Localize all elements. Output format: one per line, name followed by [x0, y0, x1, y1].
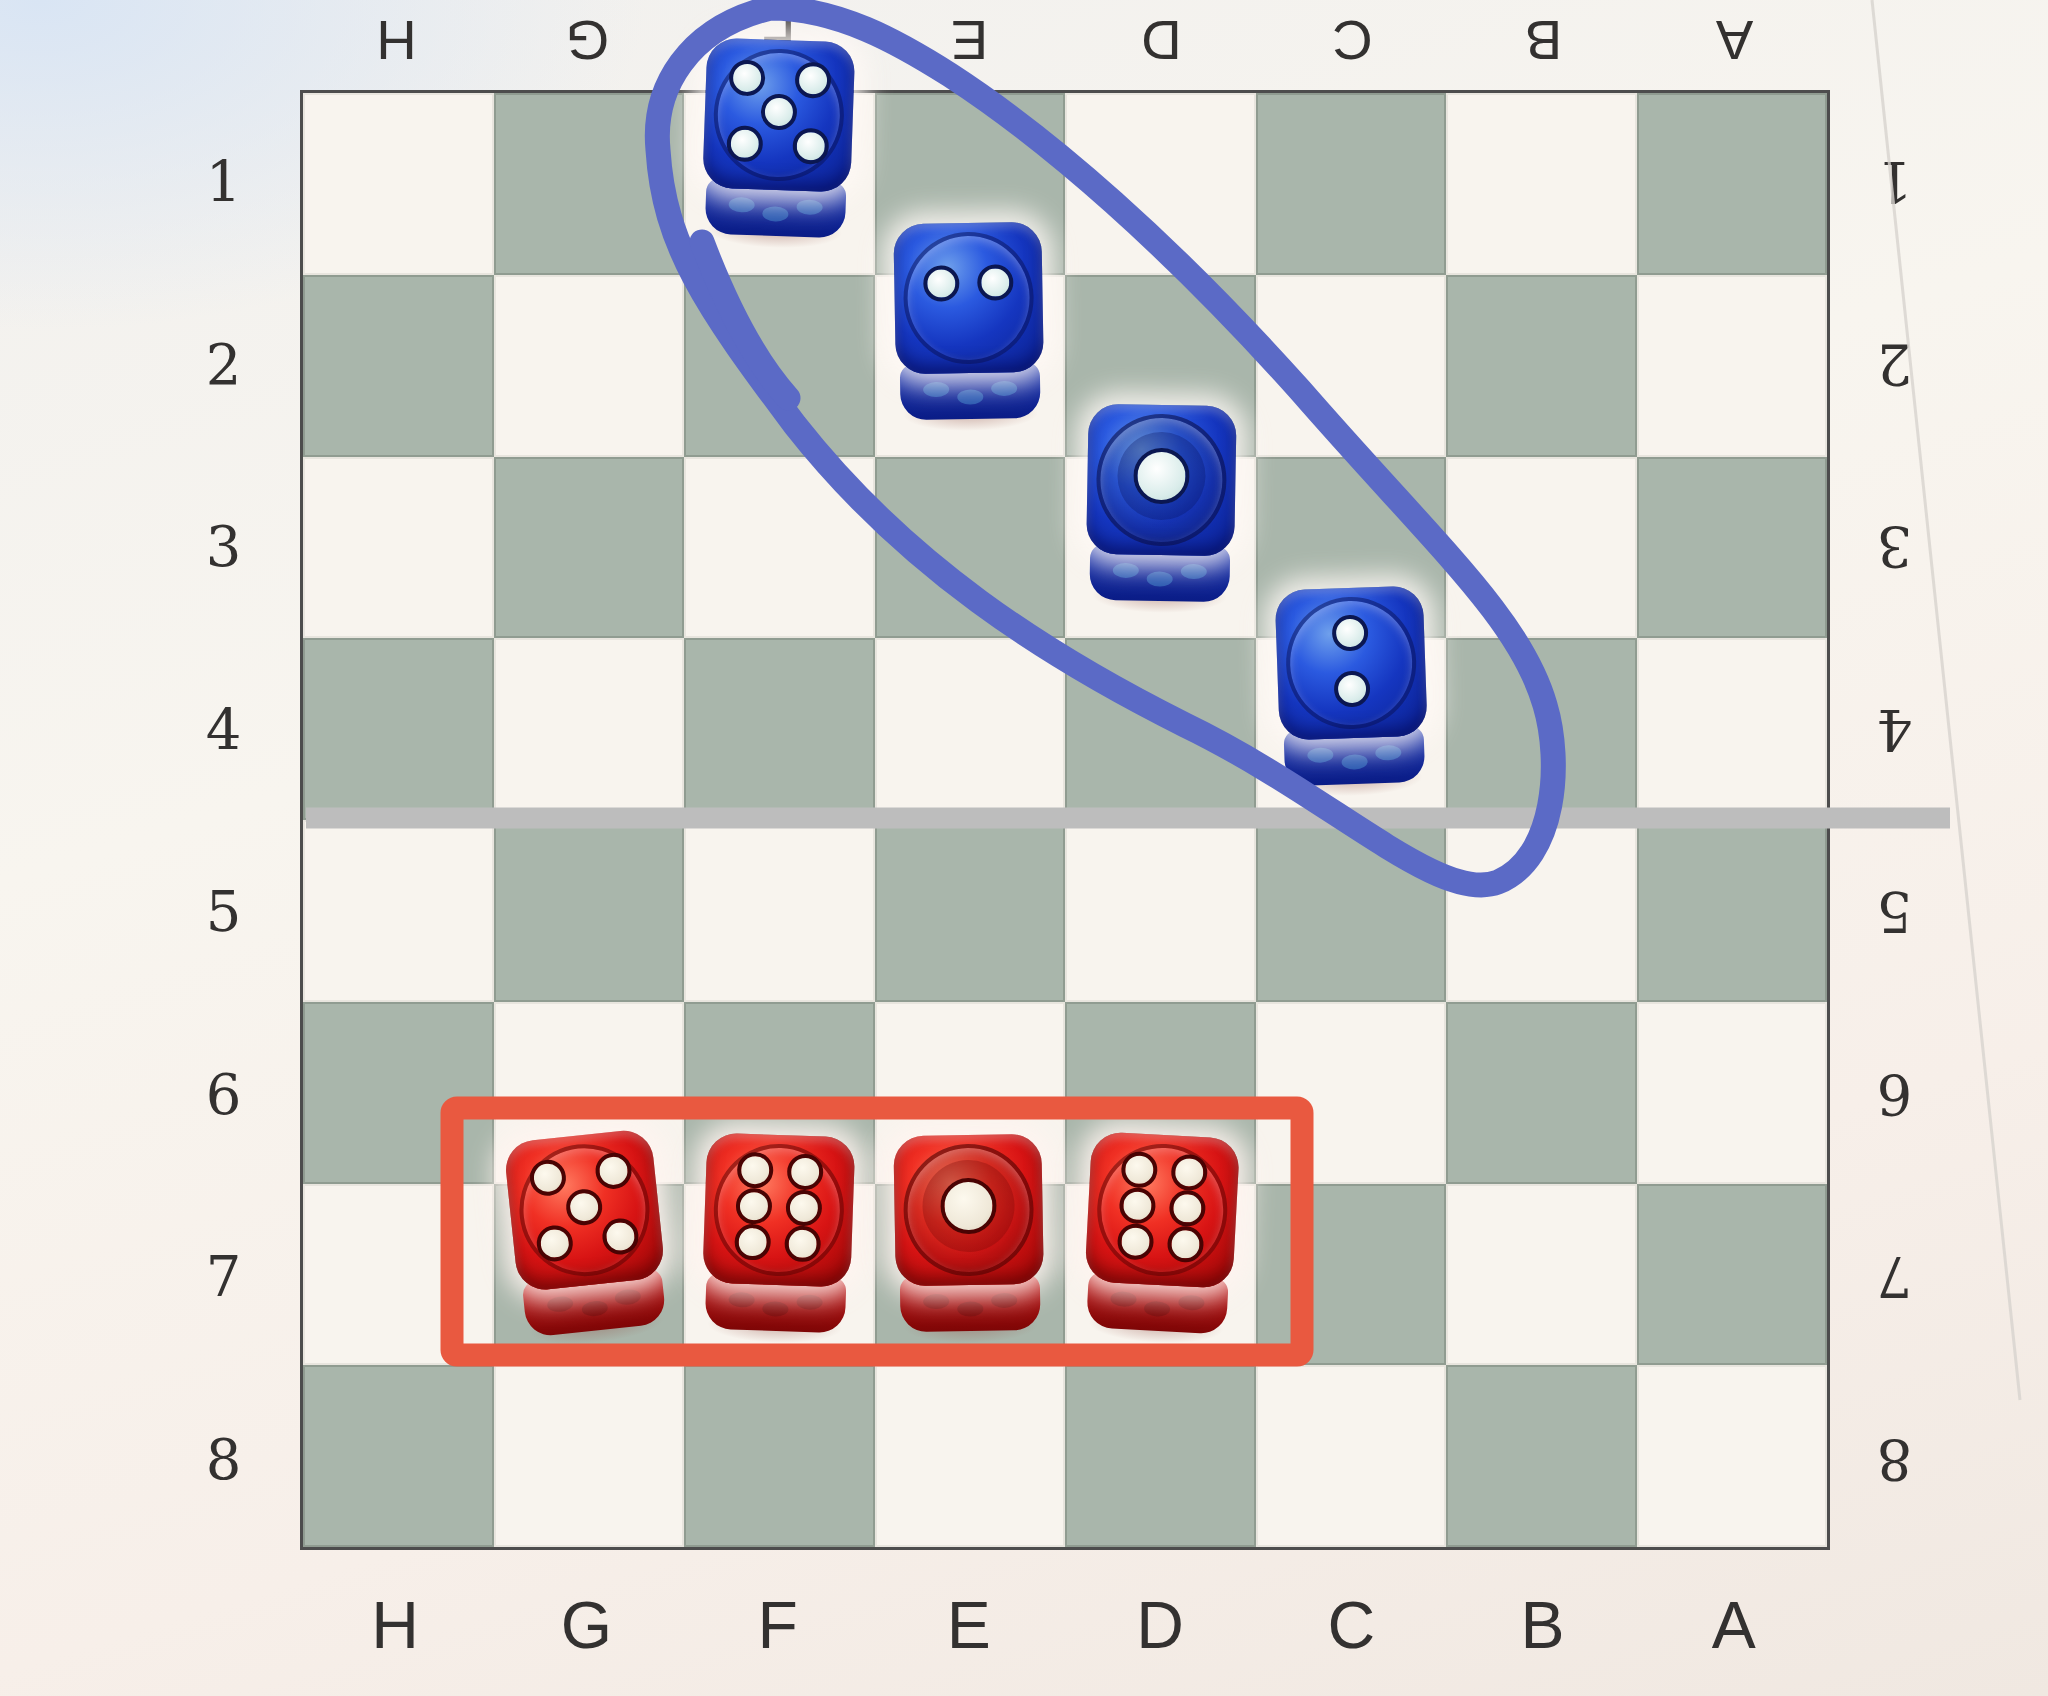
- front-pip: [614, 1288, 641, 1306]
- red-die-F7[interactable]: [701, 1133, 856, 1336]
- front-pip: [991, 380, 1017, 395]
- front-pip: [924, 1294, 950, 1309]
- front-pip: [762, 206, 789, 222]
- front-pip: [1110, 1291, 1137, 1307]
- die-face-ring: [903, 231, 1035, 365]
- blue-die-D3[interactable]: [1085, 404, 1236, 605]
- front-pip: [958, 389, 984, 404]
- die-top-face: [1274, 585, 1427, 740]
- die-top-face: [702, 38, 855, 193]
- front-pip: [1143, 1301, 1170, 1317]
- front-pip: [1180, 564, 1206, 579]
- front-pip: [1146, 571, 1172, 586]
- red-die-E7[interactable]: [894, 1134, 1045, 1335]
- blue-die-C4[interactable]: [1274, 585, 1429, 788]
- front-pip: [1341, 753, 1368, 769]
- die-top-face: [702, 1133, 855, 1288]
- die-top-face: [503, 1128, 666, 1293]
- front-pip: [547, 1295, 574, 1313]
- front-pip: [1113, 563, 1139, 578]
- die-top-face: [1086, 404, 1237, 557]
- front-pip: [1375, 744, 1402, 760]
- dice-layer: [0, 0, 2048, 1696]
- front-pip: [762, 1301, 789, 1317]
- red-die-D7[interactable]: [1082, 1132, 1240, 1337]
- front-pip: [729, 197, 756, 213]
- die-face-ring: [1094, 1141, 1231, 1280]
- front-pip: [958, 1301, 984, 1316]
- photo-scene: HGFEDCBAHGFEDCBA1234567812345678: [0, 0, 2048, 1696]
- blue-die-E2[interactable]: [894, 221, 1045, 422]
- front-pip: [1307, 747, 1334, 763]
- die-top-face: [894, 221, 1045, 374]
- front-pip: [581, 1300, 608, 1318]
- front-pip: [796, 1294, 823, 1310]
- front-pip: [796, 199, 823, 215]
- front-pip: [1177, 1294, 1204, 1310]
- die-top-face: [1084, 1132, 1240, 1290]
- die-face-ring: [712, 1142, 847, 1278]
- die-top-face: [894, 1134, 1045, 1287]
- red-die-G7[interactable]: [503, 1128, 671, 1340]
- front-pip: [991, 1293, 1017, 1308]
- blue-die-F1[interactable]: [701, 38, 856, 241]
- front-pip: [924, 381, 950, 396]
- front-pip: [729, 1292, 756, 1308]
